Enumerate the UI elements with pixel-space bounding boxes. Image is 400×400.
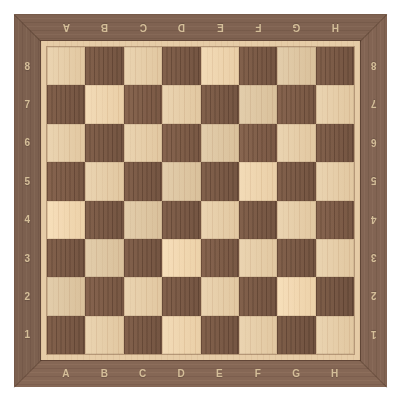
square-a5 (47, 162, 85, 200)
square-c3 (124, 239, 162, 277)
square-a4 (47, 201, 85, 239)
file-label-top-g: G (277, 14, 315, 41)
square-g8 (277, 47, 315, 85)
rank-label-left-2: 2 (14, 277, 41, 315)
rank-label-left-4: 4 (14, 201, 41, 239)
square-e5 (201, 162, 239, 200)
square-d1 (162, 316, 200, 354)
square-f7 (239, 85, 277, 123)
square-h1 (316, 316, 354, 354)
square-d2 (162, 277, 200, 315)
rank-label-left-7: 7 (14, 85, 41, 123)
square-h4 (316, 201, 354, 239)
square-a8 (47, 47, 85, 85)
rank-label-left-8: 8 (14, 47, 41, 85)
square-c5 (124, 162, 162, 200)
squares-grid (47, 47, 354, 354)
square-b8 (85, 47, 123, 85)
rank-label-right-3: 3 (360, 239, 387, 277)
square-a6 (47, 124, 85, 162)
file-label-bottom-d: D (162, 360, 200, 387)
square-b4 (85, 201, 123, 239)
square-e3 (201, 239, 239, 277)
square-a3 (47, 239, 85, 277)
square-c6 (124, 124, 162, 162)
square-f8 (239, 47, 277, 85)
square-b7 (85, 85, 123, 123)
square-h8 (316, 47, 354, 85)
square-d5 (162, 162, 200, 200)
file-label-bottom-a: A (47, 360, 85, 387)
file-label-bottom-e: E (201, 360, 239, 387)
square-d4 (162, 201, 200, 239)
file-label-bottom-f: F (239, 360, 277, 387)
square-b3 (85, 239, 123, 277)
square-h2 (316, 277, 354, 315)
rank-label-left-1: 1 (14, 316, 41, 354)
rank-label-right-2: 2 (360, 277, 387, 315)
square-d6 (162, 124, 200, 162)
square-e1 (201, 316, 239, 354)
square-e7 (201, 85, 239, 123)
square-g3 (277, 239, 315, 277)
rank-label-left-3: 3 (14, 239, 41, 277)
file-labels-top: ABCDEFGH (47, 14, 354, 41)
square-c4 (124, 201, 162, 239)
rank-label-right-7: 7 (360, 85, 387, 123)
square-d8 (162, 47, 200, 85)
rank-label-right-4: 4 (360, 201, 387, 239)
square-g2 (277, 277, 315, 315)
square-c8 (124, 47, 162, 85)
chess-board: ABCDEFGH ABCDEFGH 87654321 87654321 (14, 14, 387, 387)
rank-label-left-6: 6 (14, 124, 41, 162)
square-g6 (277, 124, 315, 162)
square-e2 (201, 277, 239, 315)
square-e4 (201, 201, 239, 239)
rank-label-left-5: 5 (14, 162, 41, 200)
file-label-bottom-g: G (277, 360, 315, 387)
rank-labels-right: 87654321 (360, 47, 387, 354)
square-f1 (239, 316, 277, 354)
square-c2 (124, 277, 162, 315)
square-a1 (47, 316, 85, 354)
square-a7 (47, 85, 85, 123)
square-f3 (239, 239, 277, 277)
file-label-top-e: E (201, 14, 239, 41)
file-label-top-c: C (124, 14, 162, 41)
file-label-top-b: B (85, 14, 123, 41)
file-label-bottom-c: C (124, 360, 162, 387)
file-label-bottom-b: B (85, 360, 123, 387)
square-e6 (201, 124, 239, 162)
rank-label-right-6: 6 (360, 124, 387, 162)
square-h3 (316, 239, 354, 277)
file-labels-bottom: ABCDEFGH (47, 360, 354, 387)
square-e8 (201, 47, 239, 85)
file-label-top-d: D (162, 14, 200, 41)
file-label-bottom-h: H (316, 360, 354, 387)
square-f4 (239, 201, 277, 239)
square-g7 (277, 85, 315, 123)
square-d3 (162, 239, 200, 277)
square-g5 (277, 162, 315, 200)
square-g4 (277, 201, 315, 239)
rank-label-right-8: 8 (360, 47, 387, 85)
square-a2 (47, 277, 85, 315)
square-c1 (124, 316, 162, 354)
square-b1 (85, 316, 123, 354)
square-f5 (239, 162, 277, 200)
square-g1 (277, 316, 315, 354)
file-label-top-h: H (316, 14, 354, 41)
file-label-top-f: F (239, 14, 277, 41)
square-h7 (316, 85, 354, 123)
square-h6 (316, 124, 354, 162)
square-d7 (162, 85, 200, 123)
file-label-top-a: A (47, 14, 85, 41)
rank-label-right-5: 5 (360, 162, 387, 200)
rank-label-right-1: 1 (360, 316, 387, 354)
rank-labels-left: 87654321 (14, 47, 41, 354)
square-f6 (239, 124, 277, 162)
square-b6 (85, 124, 123, 162)
square-h5 (316, 162, 354, 200)
square-f2 (239, 277, 277, 315)
square-b5 (85, 162, 123, 200)
square-b2 (85, 277, 123, 315)
square-c7 (124, 85, 162, 123)
